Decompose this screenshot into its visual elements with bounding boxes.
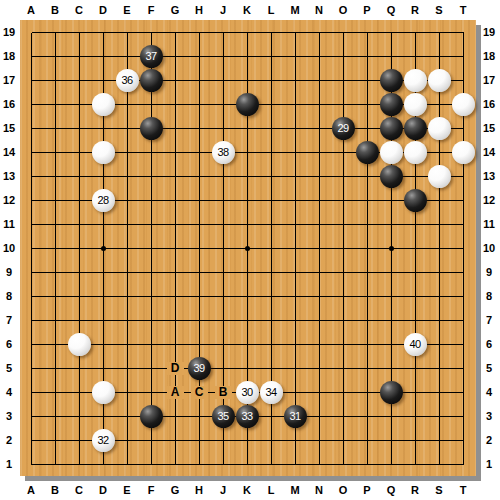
- move-number: 28: [97, 195, 108, 206]
- black-stone-P14: [356, 141, 379, 164]
- coord-label-top-R: R: [411, 5, 419, 16]
- white-stone-R16: [404, 93, 427, 116]
- coord-label-right-19: 19: [483, 27, 495, 38]
- black-stone-Q15: [380, 117, 403, 140]
- coord-label-top-P: P: [363, 5, 370, 16]
- coord-label-left-19: 19: [3, 27, 15, 38]
- coord-label-bottom-L: L: [268, 485, 275, 496]
- move-number: 40: [409, 339, 420, 350]
- coord-label-left-5: 5: [6, 363, 12, 374]
- black-stone-F15: [140, 117, 163, 140]
- coord-label-right-11: 11: [483, 219, 495, 230]
- coord-label-left-4: 4: [6, 387, 12, 398]
- move-number: 35: [217, 411, 228, 422]
- white-stone-J14: 38: [212, 141, 235, 164]
- point-label-A-G4: A: [167, 386, 184, 399]
- white-stone-R14: [404, 141, 427, 164]
- white-stone-D2: 32: [92, 429, 115, 452]
- black-stone-Q13: [380, 165, 403, 188]
- coord-label-top-B: B: [51, 5, 59, 16]
- black-stone-K16: [236, 93, 259, 116]
- coord-label-left-16: 16: [3, 99, 15, 110]
- coord-label-bottom-R: R: [411, 485, 419, 496]
- black-stone-F3: [140, 405, 163, 428]
- white-stone-K4: 30: [236, 381, 259, 404]
- point-label-C-H4: C: [191, 386, 208, 399]
- coord-label-left-12: 12: [3, 195, 15, 206]
- coord-label-top-C: C: [75, 5, 83, 16]
- move-number: 36: [121, 75, 132, 86]
- coord-label-right-9: 9: [486, 267, 492, 278]
- coord-label-left-7: 7: [6, 315, 12, 326]
- coord-label-bottom-E: E: [123, 485, 130, 496]
- go-board[interactable]: 37362938284039303435333132 DACB: [20, 20, 476, 476]
- coord-label-left-10: 10: [3, 243, 15, 254]
- coord-label-top-L: L: [268, 5, 275, 16]
- black-stone-R15: [404, 117, 427, 140]
- coord-label-right-8: 8: [486, 291, 492, 302]
- point-label-B-J4: B: [215, 386, 232, 399]
- coord-label-left-11: 11: [3, 219, 15, 230]
- white-stone-L4: 34: [260, 381, 283, 404]
- black-stone-H5: 39: [188, 357, 211, 380]
- white-stone-R6: 40: [404, 333, 427, 356]
- white-stone-T16: [452, 93, 475, 116]
- point-label-D-G5: D: [167, 362, 184, 375]
- coord-label-bottom-F: F: [148, 485, 155, 496]
- coord-label-left-17: 17: [3, 75, 15, 86]
- coord-label-top-F: F: [148, 5, 155, 16]
- coord-label-bottom-H: H: [195, 485, 203, 496]
- coord-label-left-3: 3: [6, 411, 12, 422]
- white-stone-S17: [428, 69, 451, 92]
- move-number: 30: [241, 387, 252, 398]
- coord-label-bottom-Q: Q: [387, 485, 396, 496]
- coord-label-right-6: 6: [486, 339, 492, 350]
- move-number: 29: [337, 123, 348, 134]
- coord-label-right-1: 1: [486, 459, 492, 470]
- coord-label-left-2: 2: [6, 435, 12, 446]
- black-stone-F17: [140, 69, 163, 92]
- coord-label-bottom-T: T: [460, 485, 467, 496]
- coord-label-top-K: K: [243, 5, 251, 16]
- white-stone-E17: 36: [116, 69, 139, 92]
- coord-label-left-1: 1: [6, 459, 12, 470]
- coord-label-bottom-K: K: [243, 485, 251, 496]
- white-stone-T14: [452, 141, 475, 164]
- coord-label-bottom-S: S: [435, 485, 442, 496]
- star-point-Q10: [389, 246, 394, 251]
- black-stone-K3: 33: [236, 405, 259, 428]
- white-stone-S15: [428, 117, 451, 140]
- black-stone-Q16: [380, 93, 403, 116]
- coord-label-top-O: O: [339, 5, 348, 16]
- move-number: 33: [241, 411, 252, 422]
- coord-label-right-3: 3: [486, 411, 492, 422]
- move-number: 34: [265, 387, 276, 398]
- coord-label-right-5: 5: [486, 363, 492, 374]
- coord-label-bottom-N: N: [315, 485, 323, 496]
- coord-label-top-D: D: [99, 5, 107, 16]
- coord-label-bottom-C: C: [75, 485, 83, 496]
- white-stone-D16: [92, 93, 115, 116]
- coord-label-right-7: 7: [486, 315, 492, 326]
- coord-label-left-18: 18: [3, 51, 15, 62]
- white-stone-S13: [428, 165, 451, 188]
- coord-label-bottom-O: O: [339, 485, 348, 496]
- coord-label-right-18: 18: [483, 51, 495, 62]
- coord-label-top-T: T: [460, 5, 467, 16]
- coord-label-bottom-B: B: [51, 485, 59, 496]
- coord-label-left-6: 6: [6, 339, 12, 350]
- black-stone-R12: [404, 189, 427, 212]
- black-stone-F18: 37: [140, 45, 163, 68]
- goban-app: ABCDEFGHJKLMNOPQRST ABCDEFGHJKLMNOPQRST …: [0, 0, 500, 500]
- coord-label-right-16: 16: [483, 99, 495, 110]
- coord-label-bottom-A: A: [27, 485, 35, 496]
- black-stone-M3: 31: [284, 405, 307, 428]
- star-point-K10: [245, 246, 250, 251]
- move-number: 32: [97, 435, 108, 446]
- coord-label-top-N: N: [315, 5, 323, 16]
- white-stone-D12: 28: [92, 189, 115, 212]
- coord-label-left-8: 8: [6, 291, 12, 302]
- coord-label-top-A: A: [27, 5, 35, 16]
- coord-label-top-S: S: [435, 5, 442, 16]
- black-stone-Q4: [380, 381, 403, 404]
- coord-label-right-12: 12: [483, 195, 495, 206]
- star-point-D10: [101, 246, 106, 251]
- coord-label-right-17: 17: [483, 75, 495, 86]
- coord-label-top-J: J: [220, 5, 226, 16]
- coord-label-right-15: 15: [483, 123, 495, 134]
- coord-label-left-14: 14: [3, 147, 15, 158]
- coord-label-top-Q: Q: [387, 5, 396, 16]
- coord-label-bottom-G: G: [171, 485, 180, 496]
- black-stone-Q17: [380, 69, 403, 92]
- coord-label-bottom-P: P: [363, 485, 370, 496]
- coord-label-bottom-J: J: [220, 485, 226, 496]
- white-stone-D4: [92, 381, 115, 404]
- coord-label-top-E: E: [123, 5, 130, 16]
- coord-label-bottom-M: M: [290, 485, 299, 496]
- white-stone-R17: [404, 69, 427, 92]
- coord-label-top-H: H: [195, 5, 203, 16]
- move-number: 38: [217, 147, 228, 158]
- coord-label-right-14: 14: [483, 147, 495, 158]
- move-number: 37: [145, 51, 156, 62]
- coord-label-bottom-D: D: [99, 485, 107, 496]
- coord-label-right-10: 10: [483, 243, 495, 254]
- move-number: 39: [193, 363, 204, 374]
- white-stone-Q14: [380, 141, 403, 164]
- white-stone-C6: [68, 333, 91, 356]
- coord-label-right-4: 4: [486, 387, 492, 398]
- black-stone-O15: 29: [332, 117, 355, 140]
- coord-label-right-13: 13: [483, 171, 495, 182]
- coord-label-left-15: 15: [3, 123, 15, 134]
- move-number: 31: [289, 411, 300, 422]
- coord-label-left-9: 9: [6, 267, 12, 278]
- coord-label-top-M: M: [290, 5, 299, 16]
- coord-label-top-G: G: [171, 5, 180, 16]
- white-stone-D14: [92, 141, 115, 164]
- black-stone-J3: 35: [212, 405, 235, 428]
- coord-label-left-13: 13: [3, 171, 15, 182]
- coord-label-right-2: 2: [486, 435, 492, 446]
